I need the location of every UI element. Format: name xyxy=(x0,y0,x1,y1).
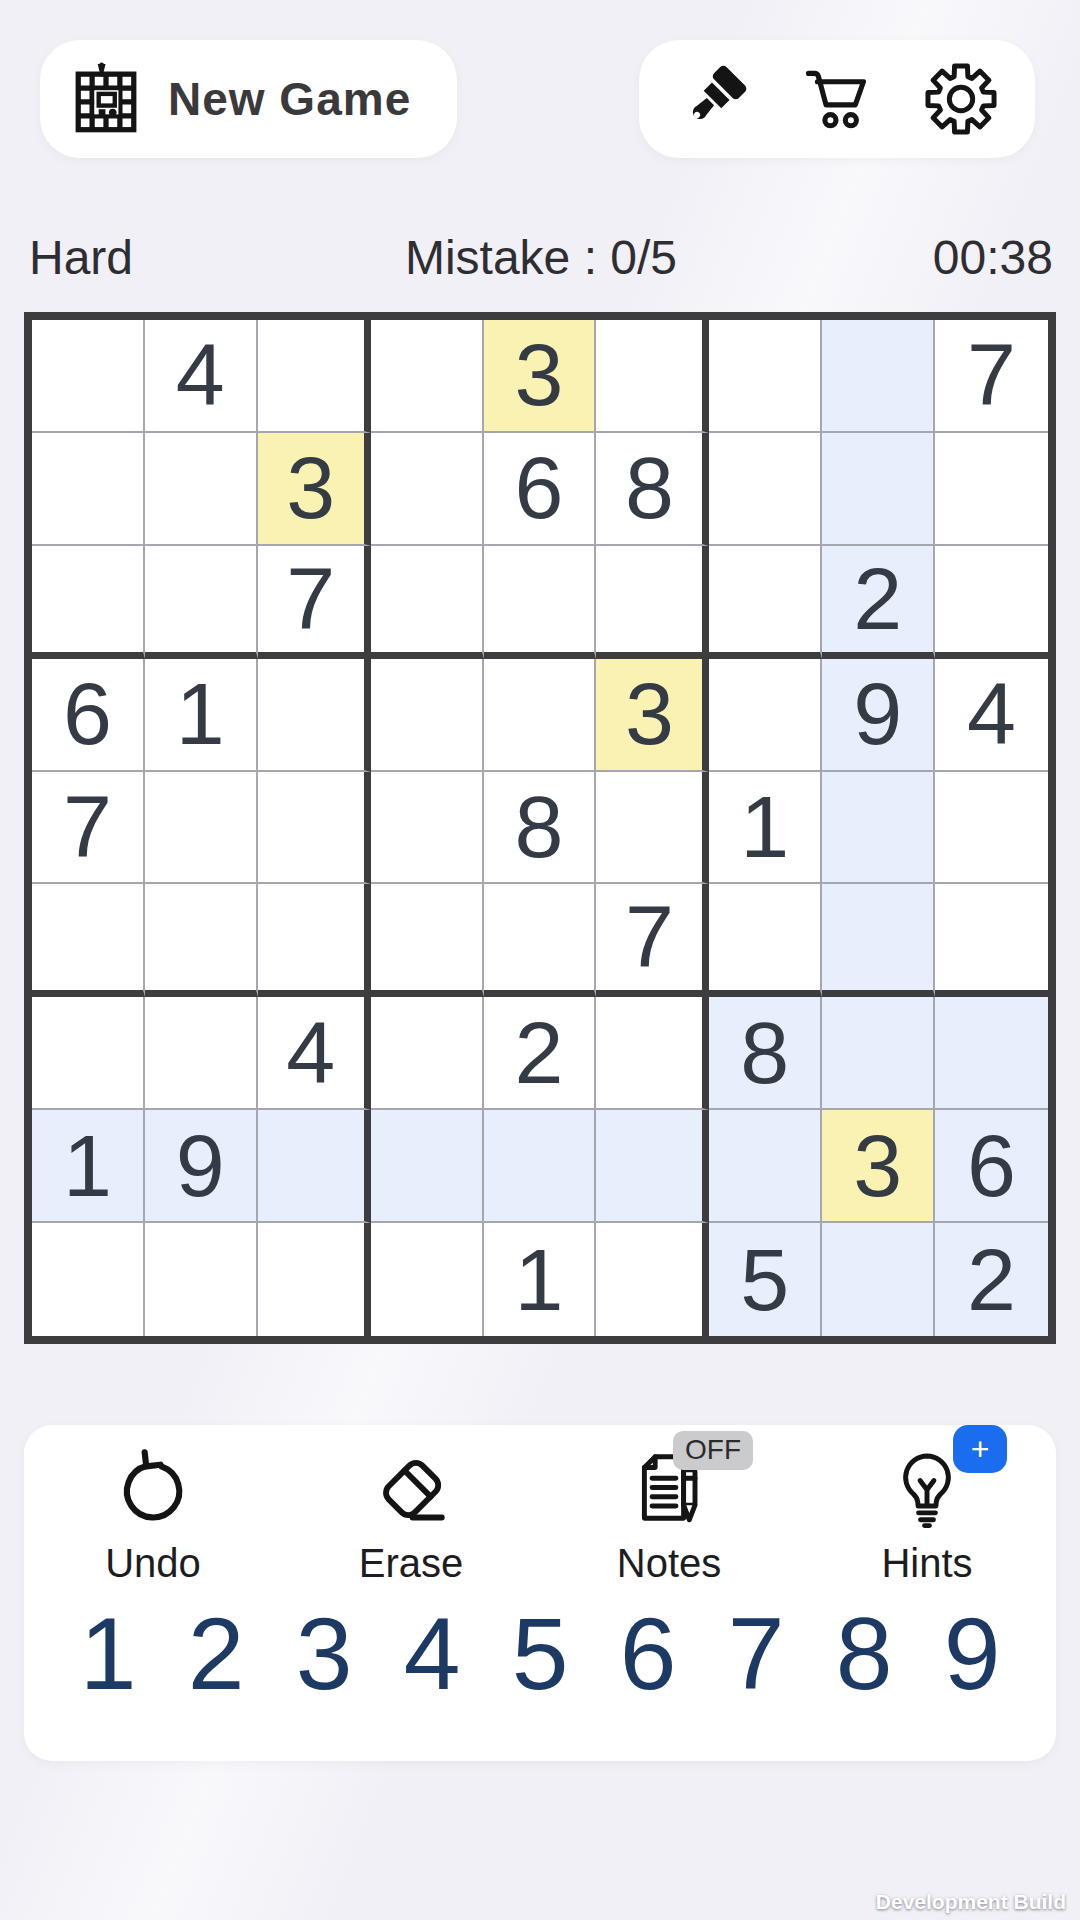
cell-r3c9[interactable] xyxy=(935,546,1048,659)
cell-r9c9[interactable]: 2 xyxy=(935,1223,1048,1336)
cell-r7c1[interactable] xyxy=(32,997,145,1110)
settings-button[interactable] xyxy=(923,61,999,137)
status-bar: Hard Mistake : 0/5 00:38 xyxy=(29,226,1053,288)
numpad-digit-3[interactable]: 3 xyxy=(274,1596,374,1713)
cell-r3c8[interactable]: 2 xyxy=(822,546,935,659)
erase-button[interactable]: Erase xyxy=(282,1449,540,1586)
cell-r2c5[interactable]: 6 xyxy=(484,433,597,546)
cell-r6c4[interactable] xyxy=(371,884,484,997)
cell-r8c4[interactable] xyxy=(371,1110,484,1223)
cell-r9c7[interactable]: 5 xyxy=(709,1223,822,1336)
cell-r9c5[interactable]: 1 xyxy=(484,1223,597,1336)
cell-r1c5[interactable]: 3 xyxy=(484,320,597,433)
cell-r3c7[interactable] xyxy=(709,546,822,659)
cell-r6c7[interactable] xyxy=(709,884,822,997)
cart-icon xyxy=(799,61,875,137)
top-right-button-group xyxy=(639,40,1035,158)
difficulty-label: Hard xyxy=(29,230,330,285)
cell-r7c3[interactable]: 4 xyxy=(258,997,371,1110)
cell-r9c6[interactable] xyxy=(596,1223,709,1336)
cell-r8c5[interactable] xyxy=(484,1110,597,1223)
numpad-digit-7[interactable]: 7 xyxy=(706,1596,806,1713)
cell-r4c1[interactable]: 6 xyxy=(32,659,145,772)
cell-r5c2[interactable] xyxy=(145,772,258,885)
numpad-digit-9[interactable]: 9 xyxy=(922,1596,1022,1713)
cell-r1c2[interactable]: 4 xyxy=(145,320,258,433)
cell-r6c3[interactable] xyxy=(258,884,371,997)
cell-r3c6[interactable] xyxy=(596,546,709,659)
cell-r5c9[interactable] xyxy=(935,772,1048,885)
cell-r9c4[interactable] xyxy=(371,1223,484,1336)
undo-button[interactable]: Undo xyxy=(24,1449,282,1586)
cell-r6c9[interactable] xyxy=(935,884,1048,997)
top-bar: New Game xyxy=(40,40,1035,158)
new-game-button[interactable]: New Game xyxy=(40,40,457,158)
cell-r6c1[interactable] xyxy=(32,884,145,997)
numpad-digit-5[interactable]: 5 xyxy=(490,1596,590,1713)
cell-r8c3[interactable] xyxy=(258,1110,371,1223)
numpad-digit-1[interactable]: 1 xyxy=(58,1596,158,1713)
new-game-label: New Game xyxy=(168,72,411,126)
cell-r9c2[interactable] xyxy=(145,1223,258,1336)
mistake-counter: Mistake : 0/5 xyxy=(330,230,752,285)
cell-r2c1[interactable] xyxy=(32,433,145,546)
notes-off-badge: OFF xyxy=(673,1431,753,1470)
notes-label: Notes xyxy=(617,1541,722,1586)
gear-icon xyxy=(923,61,999,137)
cell-r4c3[interactable] xyxy=(258,659,371,772)
cell-r7c4[interactable] xyxy=(371,997,484,1110)
cell-r5c5[interactable]: 8 xyxy=(484,772,597,885)
hints-button[interactable]: + Hints xyxy=(798,1449,1056,1586)
cell-r3c2[interactable] xyxy=(145,546,258,659)
cell-r8c2[interactable]: 9 xyxy=(145,1110,258,1223)
notes-icon: OFF xyxy=(629,1449,709,1529)
cell-r7c9[interactable] xyxy=(935,997,1048,1110)
undo-label: Undo xyxy=(105,1541,201,1586)
cell-r4c6[interactable]: 3 xyxy=(596,659,709,772)
sudoku-board: 437368726139478174281936152 xyxy=(24,312,1056,1344)
cell-r1c8[interactable] xyxy=(822,320,935,433)
cell-r7c2[interactable] xyxy=(145,997,258,1110)
cell-r1c6[interactable] xyxy=(596,320,709,433)
cell-r5c3[interactable] xyxy=(258,772,371,885)
notes-button[interactable]: OFF Notes xyxy=(540,1449,798,1586)
cell-r4c2[interactable]: 1 xyxy=(145,659,258,772)
number-pad: 123456789 xyxy=(24,1586,1056,1713)
cell-r9c3[interactable] xyxy=(258,1223,371,1336)
cell-r7c8[interactable] xyxy=(822,997,935,1110)
cell-r2c9[interactable] xyxy=(935,433,1048,546)
cell-r1c4[interactable] xyxy=(371,320,484,433)
cell-r2c7[interactable] xyxy=(709,433,822,546)
cell-r6c2[interactable] xyxy=(145,884,258,997)
numpad-digit-8[interactable]: 8 xyxy=(814,1596,914,1713)
cell-r5c1[interactable]: 7 xyxy=(32,772,145,885)
cell-r8c8[interactable]: 3 xyxy=(822,1110,935,1223)
cell-r6c8[interactable] xyxy=(822,884,935,997)
cell-r9c8[interactable] xyxy=(822,1223,935,1336)
cell-r4c8[interactable]: 9 xyxy=(822,659,935,772)
theme-button[interactable] xyxy=(675,61,751,137)
dev-build-watermark: Development Build xyxy=(876,1890,1066,1914)
cell-r9c1[interactable] xyxy=(32,1223,145,1336)
cell-r8c7[interactable] xyxy=(709,1110,822,1223)
numpad-digit-2[interactable]: 2 xyxy=(166,1596,266,1713)
eraser-icon xyxy=(371,1449,451,1529)
cell-r6c5[interactable] xyxy=(484,884,597,997)
cell-r4c7[interactable] xyxy=(709,659,822,772)
cell-r3c4[interactable] xyxy=(371,546,484,659)
cell-r1c3[interactable] xyxy=(258,320,371,433)
cell-r2c4[interactable] xyxy=(371,433,484,546)
cell-r5c7[interactable]: 1 xyxy=(709,772,822,885)
undo-icon xyxy=(113,1449,193,1529)
bottom-panel: Undo Erase xyxy=(24,1425,1056,1761)
hints-plus-badge: + xyxy=(953,1425,1007,1473)
shop-button[interactable] xyxy=(799,61,875,137)
cell-r4c5[interactable] xyxy=(484,659,597,772)
cell-r8c6[interactable] xyxy=(596,1110,709,1223)
cell-r5c8[interactable] xyxy=(822,772,935,885)
cell-r4c4[interactable] xyxy=(371,659,484,772)
timer: 00:38 xyxy=(752,230,1053,285)
cell-r3c3[interactable]: 7 xyxy=(258,546,371,659)
cell-r2c8[interactable] xyxy=(822,433,935,546)
hints-label: Hints xyxy=(881,1541,972,1586)
cell-r7c6[interactable] xyxy=(596,997,709,1110)
cell-r2c3[interactable]: 3 xyxy=(258,433,371,546)
cell-r5c6[interactable] xyxy=(596,772,709,885)
cell-r2c6[interactable]: 8 xyxy=(596,433,709,546)
cell-r5c4[interactable] xyxy=(371,772,484,885)
bulb-icon: + xyxy=(887,1449,967,1529)
cell-r3c1[interactable] xyxy=(32,546,145,659)
cell-r7c7[interactable]: 8 xyxy=(709,997,822,1110)
numpad-digit-4[interactable]: 4 xyxy=(382,1596,482,1713)
cell-r2c2[interactable] xyxy=(145,433,258,546)
cell-r4c9[interactable]: 4 xyxy=(935,659,1048,772)
cell-r6c6[interactable]: 7 xyxy=(596,884,709,997)
cell-r7c5[interactable]: 2 xyxy=(484,997,597,1110)
numpad-digit-6[interactable]: 6 xyxy=(598,1596,698,1713)
cell-r8c1[interactable]: 1 xyxy=(32,1110,145,1223)
tool-row: Undo Erase xyxy=(24,1425,1056,1586)
cell-r1c7[interactable] xyxy=(709,320,822,433)
sudoku-grid-icon xyxy=(68,61,144,137)
cell-r3c5[interactable] xyxy=(484,546,597,659)
erase-label: Erase xyxy=(359,1541,464,1586)
paint-brush-icon xyxy=(675,61,751,137)
cell-r1c9[interactable]: 7 xyxy=(935,320,1048,433)
cell-r8c9[interactable]: 6 xyxy=(935,1110,1048,1223)
cell-r1c1[interactable] xyxy=(32,320,145,433)
